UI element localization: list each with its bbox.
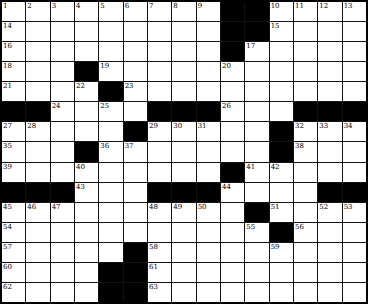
cell-r13c7[interactable]: 58 bbox=[148, 243, 171, 262]
clue-number-37: 37 bbox=[125, 142, 134, 150]
cell-r7c3[interactable] bbox=[51, 122, 74, 141]
cell-r4c10[interactable]: 20 bbox=[221, 62, 244, 81]
cell-r15c3[interactable] bbox=[51, 283, 74, 302]
cell-r7c5[interactable] bbox=[99, 122, 122, 141]
cell-r14c13[interactable] bbox=[294, 263, 317, 282]
cell-r11c12[interactable]: 51 bbox=[270, 203, 293, 222]
black-cell-r6c7 bbox=[148, 102, 171, 121]
black-cell-r10c8 bbox=[172, 183, 195, 202]
cell-r3c2[interactable] bbox=[26, 42, 49, 61]
cell-r3c3[interactable] bbox=[51, 42, 74, 61]
cell-r5c10[interactable] bbox=[221, 82, 244, 101]
cell-r2c7[interactable] bbox=[148, 22, 171, 41]
cell-r9c12[interactable]: 42 bbox=[270, 163, 293, 182]
clue-number-16: 16 bbox=[3, 42, 12, 50]
cell-r15c8[interactable] bbox=[172, 283, 195, 302]
cell-r9c4[interactable]: 40 bbox=[75, 163, 98, 182]
cell-r2c8[interactable] bbox=[172, 22, 195, 41]
cell-r4c9[interactable] bbox=[197, 62, 220, 81]
clue-number-44: 44 bbox=[222, 183, 231, 191]
cell-r12c3[interactable] bbox=[51, 223, 74, 242]
cell-r10c12[interactable] bbox=[270, 183, 293, 202]
cell-r2c6[interactable] bbox=[124, 22, 147, 41]
cell-r3c11[interactable]: 17 bbox=[245, 42, 268, 61]
cell-r12c2[interactable] bbox=[26, 223, 49, 242]
clue-number-40: 40 bbox=[76, 163, 85, 171]
clue-number-47: 47 bbox=[52, 203, 61, 211]
cell-r4c5[interactable]: 19 bbox=[99, 62, 122, 81]
cell-r15c2[interactable] bbox=[26, 283, 49, 302]
cell-r11c5[interactable] bbox=[99, 203, 122, 222]
clue-number-42: 42 bbox=[271, 163, 280, 171]
cell-r8c10[interactable] bbox=[221, 142, 244, 161]
cell-r11c6[interactable] bbox=[124, 203, 147, 222]
clue-number-52: 52 bbox=[319, 203, 328, 211]
cell-r2c9[interactable] bbox=[197, 22, 220, 41]
black-cell-r2c10 bbox=[221, 22, 244, 41]
cell-r3c15[interactable] bbox=[343, 42, 366, 61]
cell-r12c9[interactable] bbox=[197, 223, 220, 242]
cell-r1c2[interactable]: 2 bbox=[26, 2, 49, 21]
cell-r8c5[interactable]: 36 bbox=[99, 142, 122, 161]
black-cell-r6c13 bbox=[294, 102, 317, 121]
black-cell-r11c11 bbox=[245, 203, 268, 222]
clue-number-48: 48 bbox=[149, 203, 158, 211]
cell-r2c4[interactable] bbox=[75, 22, 98, 41]
cell-r4c7[interactable] bbox=[148, 62, 171, 81]
cell-r9c3[interactable] bbox=[51, 163, 74, 182]
cell-r11c2[interactable]: 46 bbox=[26, 203, 49, 222]
cell-r1c7[interactable]: 7 bbox=[148, 2, 171, 21]
cell-r7c4[interactable] bbox=[75, 122, 98, 141]
clue-number-35: 35 bbox=[3, 142, 12, 150]
cell-r15c7[interactable]: 63 bbox=[148, 283, 171, 302]
cell-r13c1[interactable]: 57 bbox=[2, 243, 25, 262]
black-cell-r7c12 bbox=[270, 122, 293, 141]
clue-number-17: 17 bbox=[246, 42, 255, 50]
clue-number-28: 28 bbox=[27, 122, 36, 130]
cell-r8c7[interactable] bbox=[148, 142, 171, 161]
clue-number-34: 34 bbox=[344, 122, 353, 130]
cell-r7c11[interactable] bbox=[245, 122, 268, 141]
cell-r1c3[interactable]: 3 bbox=[51, 2, 74, 21]
clue-number-21: 21 bbox=[3, 82, 12, 90]
cell-r5c8[interactable] bbox=[172, 82, 195, 101]
black-cell-r15c6 bbox=[124, 283, 147, 302]
clue-number-27: 27 bbox=[3, 122, 12, 130]
cell-r15c12[interactable] bbox=[270, 283, 293, 302]
cell-r10c4[interactable]: 43 bbox=[75, 183, 98, 202]
cell-r15c15[interactable] bbox=[343, 283, 366, 302]
cell-r2c12[interactable]: 15 bbox=[270, 22, 293, 41]
cell-r13c8[interactable] bbox=[172, 243, 195, 262]
cell-r9c7[interactable] bbox=[148, 163, 171, 182]
clue-number-61: 61 bbox=[149, 263, 158, 271]
cell-r3c13[interactable] bbox=[294, 42, 317, 61]
clue-number-49: 49 bbox=[173, 203, 182, 211]
cell-r4c15[interactable] bbox=[343, 62, 366, 81]
cell-r5c7[interactable] bbox=[148, 82, 171, 101]
clue-number-10: 10 bbox=[271, 2, 280, 10]
cell-r11c13[interactable] bbox=[294, 203, 317, 222]
cell-r13c11[interactable] bbox=[245, 243, 268, 262]
cell-r3c8[interactable] bbox=[172, 42, 195, 61]
cell-r15c9[interactable] bbox=[197, 283, 220, 302]
cell-r4c6[interactable] bbox=[124, 62, 147, 81]
clue-number-14: 14 bbox=[3, 22, 12, 30]
black-cell-r10c1 bbox=[2, 183, 25, 202]
black-cell-r10c2 bbox=[26, 183, 49, 202]
cell-r5c14[interactable] bbox=[318, 82, 341, 101]
black-cell-r15c5 bbox=[99, 283, 122, 302]
cell-r12c1[interactable]: 54 bbox=[2, 223, 25, 242]
black-cell-r1c11 bbox=[245, 2, 268, 21]
cell-r14c9[interactable] bbox=[197, 263, 220, 282]
clue-number-7: 7 bbox=[149, 2, 153, 10]
cell-r5c2[interactable] bbox=[26, 82, 49, 101]
clue-number-15: 15 bbox=[271, 22, 280, 30]
clue-number-46: 46 bbox=[27, 203, 36, 211]
cell-r11c4[interactable] bbox=[75, 203, 98, 222]
cell-r8c2[interactable] bbox=[26, 142, 49, 161]
clue-number-20: 20 bbox=[222, 62, 231, 70]
clue-number-11: 11 bbox=[295, 2, 304, 10]
cell-r14c2[interactable] bbox=[26, 263, 49, 282]
clue-number-36: 36 bbox=[100, 142, 109, 150]
cell-r9c6[interactable] bbox=[124, 163, 147, 182]
black-cell-r14c6 bbox=[124, 263, 147, 282]
cell-r13c14[interactable] bbox=[318, 243, 341, 262]
cell-r13c9[interactable] bbox=[197, 243, 220, 262]
clue-number-63: 63 bbox=[149, 283, 158, 291]
clue-number-43: 43 bbox=[76, 183, 85, 191]
cell-r12c7[interactable] bbox=[148, 223, 171, 242]
clue-number-25: 25 bbox=[100, 102, 109, 110]
cell-r3c14[interactable] bbox=[318, 42, 341, 61]
cell-r12c5[interactable] bbox=[99, 223, 122, 242]
cell-r5c15[interactable] bbox=[343, 82, 366, 101]
cell-r1c9[interactable]: 9 bbox=[197, 2, 220, 21]
clue-number-6: 6 bbox=[125, 2, 129, 10]
cell-r7c10[interactable] bbox=[221, 122, 244, 141]
cell-r5c1[interactable]: 21 bbox=[2, 82, 25, 101]
cell-r12c10[interactable] bbox=[221, 223, 244, 242]
cell-r10c6[interactable] bbox=[124, 183, 147, 202]
cell-r3c9[interactable] bbox=[197, 42, 220, 61]
cell-r1c8[interactable]: 8 bbox=[172, 2, 195, 21]
black-cell-r6c8 bbox=[172, 102, 195, 121]
clue-number-38: 38 bbox=[295, 142, 304, 150]
cell-r6c12[interactable] bbox=[270, 102, 293, 121]
cell-r8c11[interactable] bbox=[245, 142, 268, 161]
cell-r12c8[interactable] bbox=[172, 223, 195, 242]
cell-r4c11[interactable] bbox=[245, 62, 268, 81]
cell-r6c10[interactable]: 26 bbox=[221, 102, 244, 121]
cell-r8c13[interactable]: 38 bbox=[294, 142, 317, 161]
cell-r13c12[interactable]: 59 bbox=[270, 243, 293, 262]
black-cell-r6c9 bbox=[197, 102, 220, 121]
black-cell-r6c1 bbox=[2, 102, 25, 121]
cell-r2c15[interactable] bbox=[343, 22, 366, 41]
cell-r5c4[interactable]: 22 bbox=[75, 82, 98, 101]
cell-r4c13[interactable] bbox=[294, 62, 317, 81]
cell-r10c13[interactable] bbox=[294, 183, 317, 202]
cell-r4c8[interactable] bbox=[172, 62, 195, 81]
cell-r8c14[interactable] bbox=[318, 142, 341, 161]
cell-r1c5[interactable]: 5 bbox=[99, 2, 122, 21]
cell-r13c5[interactable] bbox=[99, 243, 122, 262]
cell-r7c13[interactable]: 32 bbox=[294, 122, 317, 141]
cell-r5c12[interactable] bbox=[270, 82, 293, 101]
cell-r14c14[interactable] bbox=[318, 263, 341, 282]
cell-r6c4[interactable] bbox=[75, 102, 98, 121]
clue-number-1: 1 bbox=[3, 2, 7, 10]
clue-number-13: 13 bbox=[344, 2, 353, 10]
cell-r14c15[interactable] bbox=[343, 263, 366, 282]
cell-r12c15[interactable] bbox=[343, 223, 366, 242]
cell-r8c3[interactable] bbox=[51, 142, 74, 161]
black-cell-r13c6 bbox=[124, 243, 147, 262]
cell-r15c4[interactable] bbox=[75, 283, 98, 302]
cell-r8c15[interactable] bbox=[343, 142, 366, 161]
black-cell-r10c14 bbox=[318, 183, 341, 202]
cell-r15c14[interactable] bbox=[318, 283, 341, 302]
black-cell-r8c4 bbox=[75, 142, 98, 161]
cell-r11c1[interactable]: 45 bbox=[2, 203, 25, 222]
cell-r9c11[interactable]: 41 bbox=[245, 163, 268, 182]
cell-r9c1[interactable]: 39 bbox=[2, 163, 25, 182]
clue-number-2: 2 bbox=[27, 2, 31, 10]
black-cell-r2c11 bbox=[245, 22, 268, 41]
cell-r12c14[interactable] bbox=[318, 223, 341, 242]
cell-r5c11[interactable] bbox=[245, 82, 268, 101]
clue-number-50: 50 bbox=[198, 203, 207, 211]
cell-r3c5[interactable] bbox=[99, 42, 122, 61]
clue-number-3: 3 bbox=[52, 2, 56, 10]
cell-r14c10[interactable] bbox=[221, 263, 244, 282]
cell-r13c15[interactable] bbox=[343, 243, 366, 262]
black-cell-r6c14 bbox=[318, 102, 341, 121]
cell-r13c13[interactable] bbox=[294, 243, 317, 262]
cell-r11c10[interactable] bbox=[221, 203, 244, 222]
clue-number-59: 59 bbox=[271, 243, 280, 251]
clue-number-54: 54 bbox=[3, 223, 12, 231]
clue-number-26: 26 bbox=[222, 102, 231, 110]
clue-number-33: 33 bbox=[319, 122, 328, 130]
cell-r4c12[interactable] bbox=[270, 62, 293, 81]
cell-r9c13[interactable] bbox=[294, 163, 317, 182]
cell-r1c4[interactable]: 4 bbox=[75, 2, 98, 21]
cell-r14c12[interactable] bbox=[270, 263, 293, 282]
cell-r15c10[interactable] bbox=[221, 283, 244, 302]
cell-r7c15[interactable]: 34 bbox=[343, 122, 366, 141]
cell-r9c14[interactable] bbox=[318, 163, 341, 182]
clue-number-22: 22 bbox=[76, 82, 85, 90]
cell-r14c8[interactable] bbox=[172, 263, 195, 282]
clue-number-57: 57 bbox=[3, 243, 12, 251]
cell-r13c3[interactable] bbox=[51, 243, 74, 262]
cell-r13c2[interactable] bbox=[26, 243, 49, 262]
cell-r5c6[interactable]: 23 bbox=[124, 82, 147, 101]
clue-number-58: 58 bbox=[149, 243, 158, 251]
black-cell-r1c10 bbox=[221, 2, 244, 21]
crossword-grid: 1234567891011121314151617181920212223242… bbox=[0, 0, 368, 304]
black-cell-r6c2 bbox=[26, 102, 49, 121]
cell-r4c3[interactable] bbox=[51, 62, 74, 81]
cell-r8c6[interactable]: 37 bbox=[124, 142, 147, 161]
cell-r2c1[interactable]: 14 bbox=[2, 22, 25, 41]
cell-r8c9[interactable] bbox=[197, 142, 220, 161]
cell-r12c13[interactable]: 56 bbox=[294, 223, 317, 242]
cell-r2c14[interactable] bbox=[318, 22, 341, 41]
black-cell-r4c4 bbox=[75, 62, 98, 81]
cell-r11c7[interactable]: 48 bbox=[148, 203, 171, 222]
cell-r2c13[interactable] bbox=[294, 22, 317, 41]
cell-r1c12[interactable]: 10 bbox=[270, 2, 293, 21]
clue-number-19: 19 bbox=[100, 62, 109, 70]
cell-r3c12[interactable] bbox=[270, 42, 293, 61]
cell-r1c14[interactable]: 12 bbox=[318, 2, 341, 21]
clue-number-29: 29 bbox=[149, 122, 158, 130]
black-cell-r9c10 bbox=[221, 163, 244, 182]
cell-r9c8[interactable] bbox=[172, 163, 195, 182]
black-cell-r14c5 bbox=[99, 263, 122, 282]
clue-number-5: 5 bbox=[100, 2, 104, 10]
cell-r8c8[interactable] bbox=[172, 142, 195, 161]
black-cell-r5c5 bbox=[99, 82, 122, 101]
clue-number-9: 9 bbox=[198, 2, 202, 10]
cell-r9c9[interactable] bbox=[197, 163, 220, 182]
cell-r14c4[interactable] bbox=[75, 263, 98, 282]
clue-number-55: 55 bbox=[246, 223, 255, 231]
cell-r6c3[interactable]: 24 bbox=[51, 102, 74, 121]
cell-r14c7[interactable]: 61 bbox=[148, 263, 171, 282]
cell-r10c10[interactable]: 44 bbox=[221, 183, 244, 202]
cell-r2c5[interactable] bbox=[99, 22, 122, 41]
cell-r11c15[interactable]: 53 bbox=[343, 203, 366, 222]
cell-r15c1[interactable]: 62 bbox=[2, 283, 25, 302]
clue-number-24: 24 bbox=[52, 102, 61, 110]
cell-r7c14[interactable]: 33 bbox=[318, 122, 341, 141]
black-cell-r10c9 bbox=[197, 183, 220, 202]
cell-r1c15[interactable]: 13 bbox=[343, 2, 366, 21]
cell-r9c2[interactable] bbox=[26, 163, 49, 182]
black-cell-r3c10 bbox=[221, 42, 244, 61]
cell-r12c4[interactable] bbox=[75, 223, 98, 242]
black-cell-r10c7 bbox=[148, 183, 171, 202]
cell-r11c9[interactable]: 50 bbox=[197, 203, 220, 222]
cell-r5c13[interactable] bbox=[294, 82, 317, 101]
cell-r12c11[interactable]: 55 bbox=[245, 223, 268, 242]
cell-r2c3[interactable] bbox=[51, 22, 74, 41]
cell-r14c11[interactable] bbox=[245, 263, 268, 282]
cell-r9c15[interactable] bbox=[343, 163, 366, 182]
cell-r4c14[interactable] bbox=[318, 62, 341, 81]
cell-r1c6[interactable]: 6 bbox=[124, 2, 147, 21]
cell-r4c2[interactable] bbox=[26, 62, 49, 81]
cell-r14c3[interactable] bbox=[51, 263, 74, 282]
cell-r3c6[interactable] bbox=[124, 42, 147, 61]
clue-number-62: 62 bbox=[3, 283, 12, 291]
clue-number-60: 60 bbox=[3, 263, 12, 271]
clue-number-56: 56 bbox=[295, 223, 304, 231]
clue-number-51: 51 bbox=[271, 203, 280, 211]
clue-number-12: 12 bbox=[319, 2, 328, 10]
cell-r8c1[interactable]: 35 bbox=[2, 142, 25, 161]
cell-r11c8[interactable]: 49 bbox=[172, 203, 195, 222]
cell-r10c5[interactable] bbox=[99, 183, 122, 202]
cell-r9c5[interactable] bbox=[99, 163, 122, 182]
cell-r3c7[interactable] bbox=[148, 42, 171, 61]
clue-number-31: 31 bbox=[198, 122, 207, 130]
cell-r6c6[interactable] bbox=[124, 102, 147, 121]
clue-number-32: 32 bbox=[295, 122, 304, 130]
cell-r15c11[interactable] bbox=[245, 283, 268, 302]
cell-r10c11[interactable] bbox=[245, 183, 268, 202]
black-cell-r7c6 bbox=[124, 122, 147, 141]
clue-number-23: 23 bbox=[125, 82, 134, 90]
clue-number-45: 45 bbox=[3, 203, 12, 211]
cell-r5c9[interactable] bbox=[197, 82, 220, 101]
clue-number-4: 4 bbox=[76, 2, 80, 10]
cell-r1c1[interactable]: 1 bbox=[2, 2, 25, 21]
clue-number-18: 18 bbox=[3, 62, 12, 70]
cell-r7c1[interactable]: 27 bbox=[2, 122, 25, 141]
cell-r3c1[interactable]: 16 bbox=[2, 42, 25, 61]
clue-number-41: 41 bbox=[246, 163, 255, 171]
cell-r5c3[interactable] bbox=[51, 82, 74, 101]
clue-number-39: 39 bbox=[3, 163, 12, 171]
cell-r11c3[interactable]: 47 bbox=[51, 203, 74, 222]
cell-r2c2[interactable] bbox=[26, 22, 49, 41]
black-cell-r8c12 bbox=[270, 142, 293, 161]
cell-r13c4[interactable] bbox=[75, 243, 98, 262]
clue-number-53: 53 bbox=[344, 203, 353, 211]
cell-r7c8[interactable]: 30 bbox=[172, 122, 195, 141]
cell-r11c14[interactable]: 52 bbox=[318, 203, 341, 222]
cell-r4c1[interactable]: 18 bbox=[2, 62, 25, 81]
cell-r1c13[interactable]: 11 bbox=[294, 2, 317, 21]
black-cell-r10c15 bbox=[343, 183, 366, 202]
clue-number-8: 8 bbox=[173, 2, 177, 10]
cell-r15c13[interactable] bbox=[294, 283, 317, 302]
black-cell-r12c12 bbox=[270, 223, 293, 242]
cell-r7c7[interactable]: 29 bbox=[148, 122, 171, 141]
cell-r6c11[interactable] bbox=[245, 102, 268, 121]
clue-number-30: 30 bbox=[173, 122, 182, 130]
black-cell-r6c15 bbox=[343, 102, 366, 121]
cell-r12c6[interactable] bbox=[124, 223, 147, 242]
cell-r3c4[interactable] bbox=[75, 42, 98, 61]
cell-r7c2[interactable]: 28 bbox=[26, 122, 49, 141]
cell-r14c1[interactable]: 60 bbox=[2, 263, 25, 282]
black-cell-r10c3 bbox=[51, 183, 74, 202]
cell-r6c5[interactable]: 25 bbox=[99, 102, 122, 121]
cell-r7c9[interactable]: 31 bbox=[197, 122, 220, 141]
cell-r13c10[interactable] bbox=[221, 243, 244, 262]
